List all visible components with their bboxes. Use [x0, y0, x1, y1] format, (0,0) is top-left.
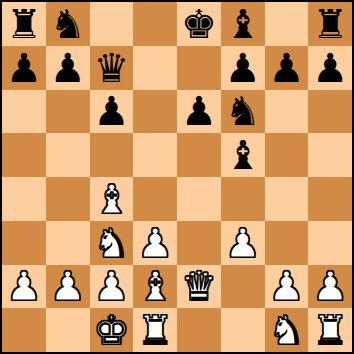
square-b2[interactable]: ♟	[46, 265, 90, 309]
white-bishop-d2[interactable]: ♝	[137, 266, 173, 306]
white-pawn-d3[interactable]: ♟	[137, 223, 173, 263]
square-d6[interactable]	[133, 90, 177, 134]
white-queen-e2[interactable]: ♛	[181, 266, 217, 306]
chess-board: ♜♞♚♝♜♟♟♛♟♟♟♟♟♞♝♝♞♟♟♟♟♟♝♛♟♟♚♜♞♜	[0, 0, 354, 354]
square-a8[interactable]: ♜	[2, 2, 46, 46]
black-pawn-b7[interactable]: ♟	[50, 48, 86, 88]
white-rook-h1[interactable]: ♜	[312, 310, 348, 350]
square-c1[interactable]: ♚	[90, 308, 134, 352]
white-pawn-c2[interactable]: ♟	[93, 266, 129, 306]
square-b5[interactable]	[46, 133, 90, 177]
square-g7[interactable]: ♟	[265, 46, 309, 90]
square-g3[interactable]	[265, 221, 309, 265]
black-pawn-h7[interactable]: ♟	[312, 48, 348, 88]
black-pawn-g7[interactable]: ♟	[268, 48, 304, 88]
square-b1[interactable]	[46, 308, 90, 352]
white-pawn-f3[interactable]: ♟	[225, 223, 261, 263]
square-e3[interactable]	[177, 221, 221, 265]
square-c5[interactable]	[90, 133, 134, 177]
white-knight-c3[interactable]: ♞	[93, 223, 129, 263]
square-a6[interactable]	[2, 90, 46, 134]
black-queen-c7[interactable]: ♛	[93, 48, 129, 88]
white-pawn-b2[interactable]: ♟	[50, 266, 86, 306]
square-a7[interactable]: ♟	[2, 46, 46, 90]
square-f8[interactable]: ♝	[221, 2, 265, 46]
square-g4[interactable]	[265, 177, 309, 221]
square-g6[interactable]	[265, 90, 309, 134]
square-h2[interactable]: ♟	[308, 265, 352, 309]
square-c2[interactable]: ♟	[90, 265, 134, 309]
square-b4[interactable]	[46, 177, 90, 221]
square-f5[interactable]: ♝	[221, 133, 265, 177]
square-g8[interactable]	[265, 2, 309, 46]
square-a3[interactable]	[2, 221, 46, 265]
black-rook-a8[interactable]: ♜	[6, 4, 42, 44]
black-pawn-e6[interactable]: ♟	[181, 91, 217, 131]
square-g5[interactable]	[265, 133, 309, 177]
white-pawn-h2[interactable]: ♟	[312, 266, 348, 306]
white-rook-d1[interactable]: ♜	[137, 310, 173, 350]
white-king-c1[interactable]: ♚	[93, 310, 129, 350]
square-f7[interactable]: ♟	[221, 46, 265, 90]
square-h6[interactable]	[308, 90, 352, 134]
square-f6[interactable]: ♞	[221, 90, 265, 134]
black-rook-h8[interactable]: ♜	[312, 4, 348, 44]
square-f1[interactable]	[221, 308, 265, 352]
white-pawn-g2[interactable]: ♟	[268, 266, 304, 306]
square-h8[interactable]: ♜	[308, 2, 352, 46]
square-a4[interactable]	[2, 177, 46, 221]
square-f4[interactable]	[221, 177, 265, 221]
black-knight-f6[interactable]: ♞	[225, 91, 261, 131]
square-e2[interactable]: ♛	[177, 265, 221, 309]
square-a1[interactable]	[2, 308, 46, 352]
black-pawn-a7[interactable]: ♟	[6, 48, 42, 88]
square-b7[interactable]: ♟	[46, 46, 90, 90]
square-c7[interactable]: ♛	[90, 46, 134, 90]
white-bishop-c4[interactable]: ♝	[93, 179, 129, 219]
square-b6[interactable]	[46, 90, 90, 134]
square-d4[interactable]	[133, 177, 177, 221]
square-h5[interactable]	[308, 133, 352, 177]
black-bishop-f5[interactable]: ♝	[225, 135, 261, 175]
square-h4[interactable]	[308, 177, 352, 221]
square-d5[interactable]	[133, 133, 177, 177]
white-knight-g1[interactable]: ♞	[268, 310, 304, 350]
square-e8[interactable]: ♚	[177, 2, 221, 46]
square-e7[interactable]	[177, 46, 221, 90]
square-d7[interactable]	[133, 46, 177, 90]
square-h3[interactable]	[308, 221, 352, 265]
black-bishop-f8[interactable]: ♝	[225, 4, 261, 44]
square-e1[interactable]	[177, 308, 221, 352]
square-e5[interactable]	[177, 133, 221, 177]
square-c4[interactable]: ♝	[90, 177, 134, 221]
square-c8[interactable]	[90, 2, 134, 46]
white-pawn-a2[interactable]: ♟	[6, 266, 42, 306]
square-a5[interactable]	[2, 133, 46, 177]
black-king-e8[interactable]: ♚	[181, 4, 217, 44]
square-g1[interactable]: ♞	[265, 308, 309, 352]
square-f2[interactable]	[221, 265, 265, 309]
square-d1[interactable]: ♜	[133, 308, 177, 352]
square-a2[interactable]: ♟	[2, 265, 46, 309]
black-pawn-f7[interactable]: ♟	[225, 48, 261, 88]
square-c6[interactable]: ♟	[90, 90, 134, 134]
square-b3[interactable]	[46, 221, 90, 265]
square-b8[interactable]: ♞	[46, 2, 90, 46]
square-h7[interactable]: ♟	[308, 46, 352, 90]
square-d3[interactable]: ♟	[133, 221, 177, 265]
black-knight-b8[interactable]: ♞	[50, 4, 86, 44]
square-d2[interactable]: ♝	[133, 265, 177, 309]
black-pawn-c6[interactable]: ♟	[93, 91, 129, 131]
square-c3[interactable]: ♞	[90, 221, 134, 265]
square-e4[interactable]	[177, 177, 221, 221]
square-g2[interactable]: ♟	[265, 265, 309, 309]
square-e6[interactable]: ♟	[177, 90, 221, 134]
square-d8[interactable]	[133, 2, 177, 46]
square-h1[interactable]: ♜	[308, 308, 352, 352]
square-f3[interactable]: ♟	[221, 221, 265, 265]
